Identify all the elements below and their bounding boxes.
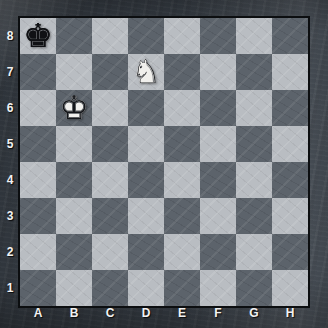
square-g3[interactable] — [236, 198, 272, 234]
square-b1[interactable] — [56, 270, 92, 306]
chess-board: ♚♚♞♘♚♔ — [20, 18, 308, 306]
square-e4[interactable] — [164, 162, 200, 198]
file-label-c: C — [92, 307, 128, 319]
square-f6[interactable] — [200, 90, 236, 126]
chess-diagram: ♚♚♞♘♚♔ 87654321ABCDEFGH — [0, 0, 328, 328]
square-e1[interactable] — [164, 270, 200, 306]
square-a7[interactable] — [20, 54, 56, 90]
white-knight[interactable]: ♞♘ — [128, 54, 164, 90]
square-e8[interactable] — [164, 18, 200, 54]
square-h1[interactable] — [272, 270, 308, 306]
square-f4[interactable] — [200, 162, 236, 198]
file-label-f: F — [200, 307, 236, 319]
square-f3[interactable] — [200, 198, 236, 234]
square-h6[interactable] — [272, 90, 308, 126]
square-d3[interactable] — [128, 198, 164, 234]
square-g1[interactable] — [236, 270, 272, 306]
rank-label-5: 5 — [0, 138, 20, 150]
square-d8[interactable] — [128, 18, 164, 54]
square-f2[interactable] — [200, 234, 236, 270]
square-b3[interactable] — [56, 198, 92, 234]
square-g7[interactable] — [236, 54, 272, 90]
square-h3[interactable] — [272, 198, 308, 234]
square-h2[interactable] — [272, 234, 308, 270]
square-b6[interactable]: ♚♔ — [56, 90, 92, 126]
square-d7[interactable]: ♞♘ — [128, 54, 164, 90]
square-g6[interactable] — [236, 90, 272, 126]
square-g8[interactable] — [236, 18, 272, 54]
square-d2[interactable] — [128, 234, 164, 270]
black-king[interactable]: ♚♚ — [20, 18, 56, 54]
square-a5[interactable] — [20, 126, 56, 162]
square-b5[interactable] — [56, 126, 92, 162]
square-c5[interactable] — [92, 126, 128, 162]
square-f5[interactable] — [200, 126, 236, 162]
rank-label-6: 6 — [0, 102, 20, 114]
square-e2[interactable] — [164, 234, 200, 270]
file-label-b: B — [56, 307, 92, 319]
file-label-h: H — [272, 307, 308, 319]
square-a1[interactable] — [20, 270, 56, 306]
black-king-glyph-outline: ♚ — [20, 18, 56, 54]
square-a4[interactable] — [20, 162, 56, 198]
square-b7[interactable] — [56, 54, 92, 90]
square-c7[interactable] — [92, 54, 128, 90]
rank-label-3: 3 — [0, 210, 20, 222]
square-e5[interactable] — [164, 126, 200, 162]
square-c6[interactable] — [92, 90, 128, 126]
square-a2[interactable] — [20, 234, 56, 270]
square-h8[interactable] — [272, 18, 308, 54]
white-king[interactable]: ♚♔ — [56, 90, 92, 126]
rank-label-1: 1 — [0, 282, 20, 294]
square-e7[interactable] — [164, 54, 200, 90]
square-e3[interactable] — [164, 198, 200, 234]
square-d4[interactable] — [128, 162, 164, 198]
file-label-e: E — [164, 307, 200, 319]
square-c8[interactable] — [92, 18, 128, 54]
square-c4[interactable] — [92, 162, 128, 198]
square-a8[interactable]: ♚♚ — [20, 18, 56, 54]
square-a3[interactable] — [20, 198, 56, 234]
rank-label-4: 4 — [0, 174, 20, 186]
file-label-d: D — [128, 307, 164, 319]
rank-label-2: 2 — [0, 246, 20, 258]
square-d5[interactable] — [128, 126, 164, 162]
square-b8[interactable] — [56, 18, 92, 54]
square-b2[interactable] — [56, 234, 92, 270]
rank-label-8: 8 — [0, 30, 20, 42]
rank-label-7: 7 — [0, 66, 20, 78]
square-d1[interactable] — [128, 270, 164, 306]
square-g5[interactable] — [236, 126, 272, 162]
square-h5[interactable] — [272, 126, 308, 162]
white-king-glyph-outline: ♔ — [56, 90, 92, 126]
square-h7[interactable] — [272, 54, 308, 90]
square-g4[interactable] — [236, 162, 272, 198]
square-d6[interactable] — [128, 90, 164, 126]
square-f8[interactable] — [200, 18, 236, 54]
square-f7[interactable] — [200, 54, 236, 90]
square-g2[interactable] — [236, 234, 272, 270]
white-knight-glyph-outline: ♘ — [128, 54, 164, 90]
square-b4[interactable] — [56, 162, 92, 198]
square-h4[interactable] — [272, 162, 308, 198]
file-label-a: A — [20, 307, 56, 319]
square-c2[interactable] — [92, 234, 128, 270]
square-c3[interactable] — [92, 198, 128, 234]
file-label-g: G — [236, 307, 272, 319]
square-e6[interactable] — [164, 90, 200, 126]
square-a6[interactable] — [20, 90, 56, 126]
square-f1[interactable] — [200, 270, 236, 306]
square-c1[interactable] — [92, 270, 128, 306]
